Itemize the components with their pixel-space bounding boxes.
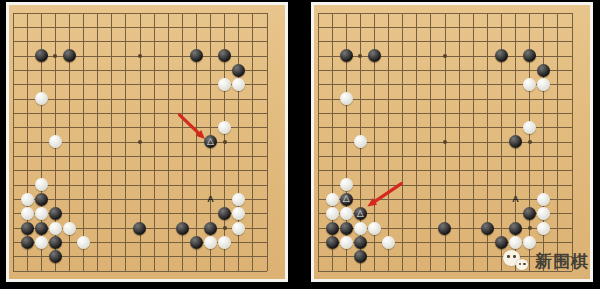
white-stone [326, 207, 339, 220]
black-stone [326, 236, 339, 249]
white-stone [326, 193, 339, 206]
black-stone [354, 236, 367, 249]
black-stone [176, 222, 189, 235]
go-diagram-left: △A [6, 2, 288, 282]
white-stone [35, 236, 48, 249]
triangle-mark-icon: △ [357, 209, 364, 218]
point-label-a: A [207, 194, 214, 204]
black-stone [35, 49, 48, 62]
black-stone [35, 193, 48, 206]
white-stone [523, 78, 536, 91]
white-stone [49, 135, 62, 148]
white-stone [77, 236, 90, 249]
white-stone [204, 236, 217, 249]
black-stone [340, 222, 353, 235]
black-stone [481, 222, 494, 235]
white-stone [218, 121, 231, 134]
white-stone [232, 78, 245, 91]
black-stone [63, 49, 76, 62]
black-stone [21, 222, 34, 235]
board-stones: △A [6, 6, 274, 278]
white-stone [232, 222, 245, 235]
white-stone [232, 193, 245, 206]
chat-bubble-icon [516, 259, 528, 270]
black-stone [523, 207, 536, 220]
black-stone [21, 236, 34, 249]
black-stone [190, 49, 203, 62]
black-stone [190, 236, 203, 249]
black-stone [133, 222, 146, 235]
black-stone [340, 49, 353, 62]
black-stone [35, 222, 48, 235]
white-stone [232, 207, 245, 220]
black-stone [438, 222, 451, 235]
black-stone [204, 222, 217, 235]
triangle-mark-icon: △ [207, 137, 214, 146]
white-stone [49, 222, 62, 235]
white-stone [523, 121, 536, 134]
white-stone [340, 92, 353, 105]
point-label-a: A [512, 194, 519, 204]
black-stone [218, 207, 231, 220]
white-stone [340, 207, 353, 220]
black-stone [495, 49, 508, 62]
white-stone [537, 193, 550, 206]
black-stone [218, 49, 231, 62]
white-stone [382, 236, 395, 249]
white-stone [537, 207, 550, 220]
white-stone [537, 78, 550, 91]
white-stone [218, 236, 231, 249]
black-stone-marked: △ [340, 193, 353, 206]
white-stone [35, 178, 48, 191]
black-stone [232, 64, 245, 77]
white-stone [35, 92, 48, 105]
black-stone [509, 135, 522, 148]
black-stone [509, 222, 522, 235]
white-stone [368, 222, 381, 235]
go-board: △△A 新围棋 [314, 5, 590, 279]
white-stone [63, 222, 76, 235]
white-stone [35, 207, 48, 220]
black-stone [537, 64, 550, 77]
triangle-mark-icon: △ [343, 194, 350, 203]
white-stone [21, 207, 34, 220]
black-stone [523, 49, 536, 62]
white-stone [354, 135, 367, 148]
white-stone [340, 236, 353, 249]
black-stone [354, 250, 367, 263]
wechat-logo-icon [503, 248, 531, 274]
black-stone-marked: △ [204, 135, 217, 148]
black-stone [49, 236, 62, 249]
white-stone [340, 178, 353, 191]
white-stone [354, 222, 367, 235]
go-diagram-right: △△A 新围棋 [311, 2, 593, 282]
page: { "game": "go", "board_size": 19, "posit… [0, 0, 600, 289]
white-stone [537, 222, 550, 235]
board-stones: △△A [311, 6, 579, 278]
black-stone [326, 222, 339, 235]
black-stone [49, 207, 62, 220]
black-stone [49, 250, 62, 263]
black-stone [368, 49, 381, 62]
watermark: 新围棋 [503, 246, 589, 276]
white-stone [218, 78, 231, 91]
white-stone [21, 193, 34, 206]
black-stone-marked: △ [354, 207, 367, 220]
watermark-text: 新围棋 [535, 250, 589, 273]
go-board: △A [9, 5, 285, 279]
